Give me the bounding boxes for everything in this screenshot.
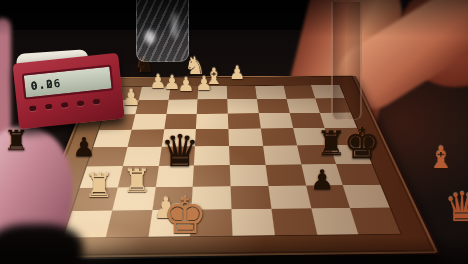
piece-white-rook[interactable]: ♜ xyxy=(84,169,114,202)
square-e3[interactable] xyxy=(230,165,268,186)
chess-clock: 0.06 0.2 xyxy=(13,53,126,136)
square-f2[interactable] xyxy=(268,185,311,209)
square-b5[interactable] xyxy=(127,129,164,147)
square-h2[interactable] xyxy=(343,184,390,208)
square-f7[interactable] xyxy=(257,99,290,113)
square-h1[interactable] xyxy=(350,208,400,235)
tall-drinking-glass xyxy=(331,2,362,120)
square-e6[interactable] xyxy=(228,113,261,129)
left-player-arm-edge xyxy=(0,18,11,140)
square-f4[interactable] xyxy=(263,145,301,164)
piece-white-rook[interactable]: ♜ xyxy=(123,165,152,197)
square-d5[interactable] xyxy=(195,129,229,146)
square-f3[interactable] xyxy=(265,164,305,185)
captured-white-pawn: ♟ xyxy=(229,64,245,82)
square-f1[interactable] xyxy=(271,209,317,236)
square-d7[interactable] xyxy=(197,99,228,114)
square-g8[interactable] xyxy=(283,85,315,98)
square-d6[interactable] xyxy=(196,113,228,129)
clock-right-time: 0.2 xyxy=(30,77,54,92)
square-e8[interactable] xyxy=(227,86,257,99)
square-f6[interactable] xyxy=(259,113,293,129)
square-f5[interactable] xyxy=(261,128,297,145)
piece-black-king[interactable]: ♚ xyxy=(343,123,381,165)
square-e1[interactable] xyxy=(231,209,274,236)
piece-black-queen[interactable]: ♛ xyxy=(160,129,199,173)
chess-game-scene: 0.06 0.2 ♟♜♜♛♟♚♟♜♚♟♟♟♟♞♟♝♟♞♜♝♛ xyxy=(0,0,468,264)
square-f8[interactable] xyxy=(255,86,286,99)
captured-white-bishop: ♝ xyxy=(204,66,224,88)
corner-shadow xyxy=(0,224,83,264)
square-e5[interactable] xyxy=(228,129,262,146)
square-e4[interactable] xyxy=(229,146,265,165)
captured-white-pawn: ♟ xyxy=(121,87,141,109)
square-e2[interactable] xyxy=(231,186,272,210)
crystal-tumbler xyxy=(136,0,189,62)
piece-white-king[interactable]: ♚ xyxy=(163,191,208,241)
piece-black-rook[interactable]: ♜ xyxy=(316,126,346,160)
piece-black-pawn[interactable]: ♟ xyxy=(72,134,95,160)
square-e7[interactable] xyxy=(227,99,258,113)
captured-white-queen: ♛ xyxy=(444,187,468,227)
captured-white-bishop: ♝ xyxy=(428,143,455,173)
square-g7[interactable] xyxy=(286,98,320,112)
square-a5[interactable] xyxy=(93,130,131,148)
piece-black-pawn[interactable]: ♟ xyxy=(310,166,334,193)
square-c7[interactable] xyxy=(166,99,198,114)
